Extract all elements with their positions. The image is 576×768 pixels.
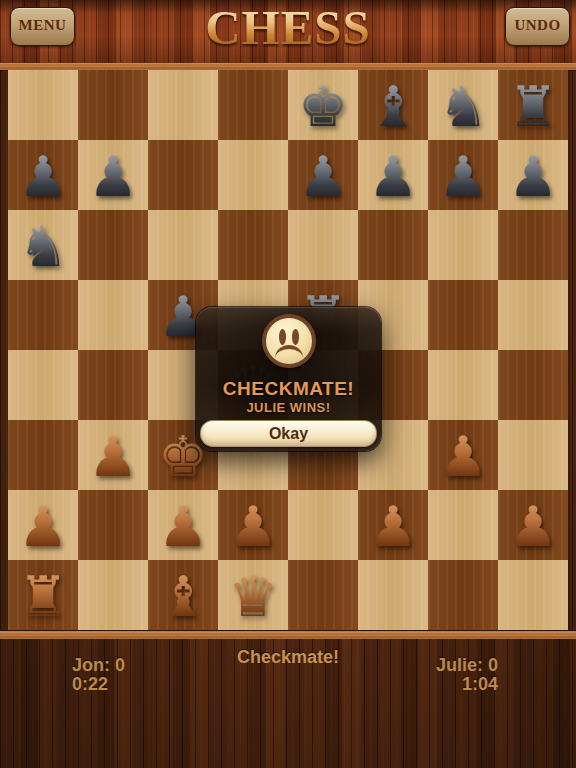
piece-black-knight: ♞ [8,210,78,280]
board-frame-bottom [0,630,576,639]
square-c8[interactable] [148,70,218,140]
square-e1[interactable] [288,560,358,630]
square-g3[interactable]: ♟ [428,420,498,490]
square-f6[interactable] [358,210,428,280]
square-h7[interactable]: ♟ [498,140,568,210]
sad-face-icon [262,314,316,368]
square-c1[interactable]: ♝ [148,560,218,630]
okay-button[interactable]: Okay [200,420,377,447]
left-player-clock: 0:22 [72,675,125,694]
chess-app-screen: CHESS MENU UNDO ♚♝♞♜♟♟♟♟♟♟♞♟♜♛♟♚♟♟♟♟♟♟♜♝… [0,0,576,768]
square-a8[interactable] [8,70,78,140]
square-e6[interactable] [288,210,358,280]
square-h2[interactable]: ♟ [498,490,568,560]
square-h3[interactable] [498,420,568,490]
dialog-title: CHECKMATE! [196,378,381,400]
piece-black-knight: ♞ [428,70,498,140]
square-a7[interactable]: ♟ [8,140,78,210]
piece-white-pawn: ♟ [358,490,428,560]
square-f2[interactable]: ♟ [358,490,428,560]
undo-button[interactable]: UNDO [505,7,570,46]
square-b8[interactable] [78,70,148,140]
square-b4[interactable] [78,350,148,420]
square-b1[interactable] [78,560,148,630]
app-title: CHESS [0,0,576,56]
square-d7[interactable] [218,140,288,210]
square-g2[interactable] [428,490,498,560]
piece-white-pawn: ♟ [78,420,148,490]
right-player-info: Julie: 0 1:04 [436,656,498,694]
square-a3[interactable] [8,420,78,490]
piece-black-pawn: ♟ [358,140,428,210]
square-h8[interactable]: ♜ [498,70,568,140]
piece-black-king: ♚ [288,70,358,140]
square-b2[interactable] [78,490,148,560]
right-player-score: Julie: 0 [436,656,498,675]
checkmate-dialog: CHECKMATE! JULIE WINS! Okay [196,307,381,451]
piece-black-pawn: ♟ [8,140,78,210]
square-h5[interactable] [498,280,568,350]
square-c2[interactable]: ♟ [148,490,218,560]
piece-white-pawn: ♟ [148,490,218,560]
piece-black-bishop: ♝ [358,70,428,140]
square-e7[interactable]: ♟ [288,140,358,210]
square-f8[interactable]: ♝ [358,70,428,140]
piece-black-pawn: ♟ [428,140,498,210]
square-g1[interactable] [428,560,498,630]
square-c7[interactable] [148,140,218,210]
square-e2[interactable] [288,490,358,560]
square-g4[interactable] [428,350,498,420]
square-b3[interactable]: ♟ [78,420,148,490]
square-g6[interactable] [428,210,498,280]
square-b6[interactable] [78,210,148,280]
square-e8[interactable]: ♚ [288,70,358,140]
piece-white-rook: ♜ [8,560,78,630]
piece-black-rook: ♜ [498,70,568,140]
piece-white-queen: ♛ [218,560,288,630]
square-g5[interactable] [428,280,498,350]
square-g7[interactable]: ♟ [428,140,498,210]
square-a6[interactable]: ♞ [8,210,78,280]
square-d8[interactable] [218,70,288,140]
square-d6[interactable] [218,210,288,280]
square-h6[interactable] [498,210,568,280]
piece-white-pawn: ♟ [428,420,498,490]
header-bar: CHESS MENU UNDO [0,0,576,64]
sad-face-frown [275,345,303,358]
square-a1[interactable]: ♜ [8,560,78,630]
square-h4[interactable] [498,350,568,420]
piece-black-pawn: ♟ [288,140,358,210]
square-a5[interactable] [8,280,78,350]
square-a4[interactable] [8,350,78,420]
piece-white-bishop: ♝ [148,560,218,630]
black-pawn-icon: ♟ [0,0,60,66]
piece-white-pawn: ♟ [218,490,288,560]
square-c6[interactable] [148,210,218,280]
square-d1[interactable]: ♛ [218,560,288,630]
square-f7[interactable]: ♟ [358,140,428,210]
right-player-clock: 1:04 [436,675,498,694]
sad-face-right-eye [292,329,299,345]
piece-white-pawn: ♟ [498,490,568,560]
square-g8[interactable]: ♞ [428,70,498,140]
dialog-subtitle: JULIE WINS! [196,400,381,415]
square-d2[interactable]: ♟ [218,490,288,560]
sad-face-left-eye [279,329,286,345]
piece-black-pawn: ♟ [498,140,568,210]
square-f1[interactable] [358,560,428,630]
piece-white-pawn: ♟ [8,490,78,560]
square-b5[interactable] [78,280,148,350]
piece-black-pawn: ♟ [78,140,148,210]
square-b7[interactable]: ♟ [78,140,148,210]
square-h1[interactable] [498,560,568,630]
square-a2[interactable]: ♟ [8,490,78,560]
